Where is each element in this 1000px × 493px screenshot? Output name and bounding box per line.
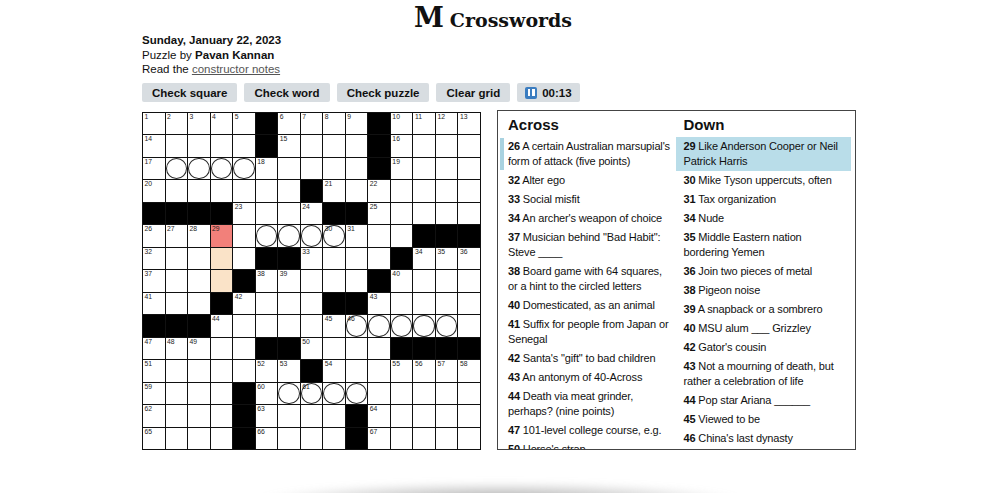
clue-35-down[interactable]: 35 Middle Eastern nation bordering Yemen (684, 230, 848, 260)
grid-cell[interactable]: 25 (368, 203, 390, 224)
grid-cell[interactable]: 6 (278, 113, 300, 134)
grid-cell[interactable]: 41 (143, 293, 165, 314)
black-cell (436, 225, 458, 246)
clue-34-down[interactable]: 34 Nude (684, 211, 848, 226)
grid-cell[interactable]: 39 (278, 270, 300, 291)
grid-cell[interactable] (233, 248, 255, 269)
grid-cell[interactable] (188, 158, 210, 179)
grid-cell[interactable] (458, 293, 480, 314)
cell-number: 6 (280, 113, 284, 122)
grid-cell[interactable] (166, 270, 188, 291)
grid-cell[interactable] (211, 383, 233, 404)
cell-number: 35 (437, 248, 445, 257)
cell-number: 46 (347, 315, 355, 324)
cell-number: 31 (347, 225, 355, 234)
black-cell (436, 338, 458, 359)
clue-38-down[interactable]: 38 Pigeon noise (684, 283, 848, 298)
grid-cell[interactable]: 13 (458, 113, 480, 134)
grid-cell[interactable]: 49 (188, 338, 210, 359)
grid-cell[interactable] (211, 135, 233, 156)
grid-cell[interactable] (413, 383, 435, 404)
black-cell (256, 248, 278, 269)
constructor-name: Pavan Kannan (195, 49, 274, 61)
grid-cell[interactable]: 44 (211, 315, 233, 336)
grid-cell[interactable] (413, 405, 435, 426)
down-header: Down (684, 117, 848, 133)
grid-cell[interactable] (346, 360, 368, 381)
grid-cell[interactable] (368, 338, 390, 359)
grid-cell[interactable] (323, 270, 345, 291)
black-cell (346, 293, 368, 314)
grid-cell[interactable] (323, 158, 345, 179)
grid-cell[interactable]: 10 (391, 113, 413, 134)
clue-41-across[interactable]: 41 Suffix for people from Japan or Seneg… (508, 317, 672, 347)
cell-number: 49 (190, 338, 198, 347)
grid-cell[interactable]: 59 (143, 383, 165, 404)
grid-cell[interactable] (436, 428, 458, 449)
grid-cell[interactable] (458, 158, 480, 179)
grid-cell[interactable] (188, 428, 210, 449)
grid-cell[interactable] (391, 405, 413, 426)
grid-cell[interactable]: 31 (346, 225, 368, 246)
grid-cell[interactable]: 54 (323, 360, 345, 381)
black-cell (391, 248, 413, 269)
grid-cell[interactable] (166, 360, 188, 381)
grid-cell[interactable] (256, 203, 278, 224)
grid-cell[interactable] (346, 180, 368, 201)
grid-cell[interactable] (368, 248, 390, 269)
grid-cell[interactable] (413, 158, 435, 179)
cell-number: 37 (145, 270, 153, 279)
grid-cell[interactable] (413, 270, 435, 291)
grid-cell[interactable]: 56 (413, 360, 435, 381)
cell-number: 56 (415, 360, 423, 369)
cell-number: 26 (145, 225, 153, 234)
grid-cell[interactable] (413, 293, 435, 314)
clue-45-down[interactable]: 45 Viewed to be (684, 412, 848, 427)
grid-cell[interactable] (278, 315, 300, 336)
grid-cell[interactable] (188, 248, 210, 269)
grid-cell[interactable] (233, 338, 255, 359)
grid-cell[interactable] (233, 225, 255, 246)
grid-cell[interactable] (346, 383, 368, 404)
grid-cell[interactable] (233, 158, 255, 179)
black-cell (346, 203, 368, 224)
grid-cell[interactable] (188, 383, 210, 404)
grid-cell[interactable]: 45 (323, 315, 345, 336)
grid-cell[interactable]: 17 (143, 158, 165, 179)
grid-cell[interactable] (188, 270, 210, 291)
grid-cell[interactable]: 19 (391, 158, 413, 179)
black-cell (188, 203, 210, 224)
cell-number: 14 (145, 135, 153, 144)
cell-number: 16 (392, 135, 400, 144)
grid-cell[interactable]: 4 (211, 113, 233, 134)
grid-cell[interactable] (413, 315, 435, 336)
clue-30-down[interactable]: 30 Mike Tyson uppercuts, often (684, 173, 848, 188)
grid-cell[interactable] (436, 315, 458, 336)
grid-cell[interactable] (301, 428, 323, 449)
clue-50-across[interactable]: 50 Horse's strap (508, 442, 672, 450)
grid-cell[interactable] (436, 135, 458, 156)
cell-number: 27 (167, 225, 175, 234)
clue-44-down[interactable]: 44 Pop star Ariana ______ (684, 393, 848, 408)
constructor-notes-line: Read the constructor notes (142, 62, 281, 77)
grid-cell[interactable] (323, 338, 345, 359)
clue-47-across[interactable]: 47 101-level college course, e.g. (508, 423, 672, 438)
clue-42-across[interactable]: 42 Santa's "gift" to bad children (508, 351, 672, 366)
grid-cell[interactable] (458, 405, 480, 426)
grid-cell[interactable] (323, 428, 345, 449)
puzzle-byline: Puzzle by Pavan Kannan (142, 48, 281, 63)
grid-cell[interactable]: 28 (188, 225, 210, 246)
check-puzzle-button[interactable]: Check puzzle (337, 83, 430, 102)
clue-33-across[interactable]: 33 Social misfit (508, 192, 672, 207)
grid-cell[interactable] (413, 135, 435, 156)
grid-cell[interactable]: 24 (301, 203, 323, 224)
grid-cell[interactable]: 50 (301, 338, 323, 359)
grid-cell[interactable]: 40 (391, 270, 413, 291)
grid-cell[interactable]: 22 (368, 180, 390, 201)
cell-number: 51 (145, 360, 153, 369)
grid-cell[interactable] (278, 428, 300, 449)
grid-cell[interactable]: 2 (166, 113, 188, 134)
cell-number: 5 (235, 113, 239, 122)
cell-number: 33 (302, 248, 310, 257)
cell-number: 40 (392, 270, 400, 279)
grid-cell[interactable]: 26 (143, 225, 165, 246)
crossword-grid: 1234567891011121314151617181920212223242… (142, 112, 481, 450)
clue-46-down[interactable]: 46 China's last dynasty (684, 431, 848, 446)
grid-cell[interactable] (211, 158, 233, 179)
grid-cell[interactable]: 63 (256, 405, 278, 426)
across-clues-column: Across 26 A certain Australian marsupial… (508, 117, 672, 449)
cell-number: 30 (325, 225, 333, 234)
grid-cell[interactable]: 62 (143, 405, 165, 426)
grid-cell[interactable] (188, 135, 210, 156)
cell-number: 21 (325, 180, 333, 189)
black-cell (233, 383, 255, 404)
grid-cell[interactable] (166, 293, 188, 314)
clue-32-across[interactable]: 32 Alter ego (508, 173, 672, 188)
page-bottom-shadow (158, 468, 842, 493)
grid-cell[interactable] (278, 203, 300, 224)
grid-cell[interactable] (346, 338, 368, 359)
grid-cell[interactable] (166, 405, 188, 426)
black-cell (346, 405, 368, 426)
toolbar: Check square Check word Check puzzle Cle… (142, 83, 580, 102)
grid-cell[interactable]: 65 (143, 428, 165, 449)
grid-cell[interactable] (391, 203, 413, 224)
cell-number: 50 (302, 338, 310, 347)
cell-number: 7 (302, 113, 306, 122)
grid-cell[interactable]: 20 (143, 180, 165, 201)
clue-26-across[interactable]: 26 A certain Australian marsupial's form… (508, 139, 672, 169)
grid-cell[interactable]: 58 (458, 360, 480, 381)
grid-cell[interactable] (368, 383, 390, 404)
grid-cell[interactable] (391, 383, 413, 404)
grid-cell[interactable] (278, 405, 300, 426)
grid-cell[interactable] (301, 158, 323, 179)
grid-cell[interactable]: 16 (391, 135, 413, 156)
grid-cell[interactable] (436, 270, 458, 291)
black-cell (346, 428, 368, 449)
black-cell (323, 293, 345, 314)
cell-number: 11 (415, 113, 422, 122)
grid-cell[interactable]: 37 (143, 270, 165, 291)
grid-cell[interactable]: 67 (368, 428, 390, 449)
grid-cell[interactable] (278, 225, 300, 246)
cell-number: 57 (437, 360, 445, 369)
cell-number: 45 (325, 315, 333, 324)
grid-cell[interactable]: 46 (346, 315, 368, 336)
grid-cell[interactable] (188, 405, 210, 426)
timer-button[interactable]: 00:13 (517, 83, 579, 102)
grid-cell[interactable] (301, 135, 323, 156)
grid-cell[interactable] (391, 293, 413, 314)
grid-cell[interactable]: 64 (368, 405, 390, 426)
grid-cell[interactable] (458, 180, 480, 201)
clue-29-down[interactable]: 29 Like Anderson Cooper or Neil Patrick … (676, 137, 852, 171)
grid-cell[interactable] (368, 360, 390, 381)
grid-cell[interactable]: 57 (436, 360, 458, 381)
clue-40-across[interactable]: 40 Domesticated, as an animal (508, 298, 672, 313)
grid-cell[interactable] (278, 180, 300, 201)
grid-cell[interactable] (323, 383, 345, 404)
grid-cell[interactable]: 29 (211, 225, 233, 246)
grid-cell[interactable]: 53 (278, 360, 300, 381)
cell-number: 12 (437, 113, 445, 122)
grid-cell[interactable] (458, 203, 480, 224)
cell-number: 24 (302, 203, 310, 212)
black-cell (166, 315, 188, 336)
cell-number: 47 (145, 338, 153, 347)
check-word-button[interactable]: Check word (244, 83, 329, 102)
grid-cell[interactable] (323, 405, 345, 426)
grid-cell[interactable]: 18 (256, 158, 278, 179)
grid-cell[interactable] (211, 360, 233, 381)
grid-cell[interactable]: 47 (143, 338, 165, 359)
grid-cell[interactable] (301, 293, 323, 314)
black-cell (413, 225, 435, 246)
grid-cell[interactable] (233, 135, 255, 156)
clue-34-across[interactable]: 34 An archer's weapon of choice (508, 211, 672, 226)
clue-37-across[interactable]: 37 Musician behind "Bad Habit": Steve __… (508, 230, 672, 260)
down-clues-column: Down 29 Like Anderson Cooper or Neil Pat… (684, 117, 848, 449)
grid-cell[interactable] (436, 383, 458, 404)
grid-cell[interactable] (166, 428, 188, 449)
grid-cell[interactable] (368, 315, 390, 336)
black-cell (143, 315, 165, 336)
grid-cell[interactable] (166, 158, 188, 179)
black-cell (211, 293, 233, 314)
grid-cell[interactable] (233, 180, 255, 201)
cell-number: 9 (347, 113, 351, 122)
cell-number: 53 (280, 360, 288, 369)
grid-cell[interactable]: 55 (391, 360, 413, 381)
grid-cell[interactable] (211, 270, 233, 291)
grid-cell[interactable] (301, 315, 323, 336)
clue-38-across[interactable]: 38 Board game with 64 squares, or a hint… (508, 264, 672, 294)
cell-number: 4 (212, 113, 216, 122)
grid-cell[interactable]: 42 (233, 293, 255, 314)
cell-number: 20 (145, 180, 153, 189)
grid-cell[interactable]: 3 (188, 113, 210, 134)
grid-cell[interactable] (256, 225, 278, 246)
grid-cell[interactable]: 32 (143, 248, 165, 269)
cell-number: 67 (370, 428, 378, 437)
clue-43-down[interactable]: 43 Not a mourning of death, but rather a… (684, 359, 848, 389)
grid-cell[interactable] (346, 248, 368, 269)
cell-number: 29 (212, 225, 220, 234)
grid-cell[interactable] (391, 428, 413, 449)
grid-cell[interactable] (458, 428, 480, 449)
grid-cell[interactable] (166, 248, 188, 269)
grid-cell[interactable] (233, 315, 255, 336)
grid-cell[interactable]: 34 (413, 248, 435, 269)
grid-cell[interactable]: 9 (346, 113, 368, 134)
grid-cell[interactable]: 15 (278, 135, 300, 156)
grid-cell[interactable] (458, 270, 480, 291)
grid-cell[interactable] (211, 405, 233, 426)
grid-cell[interactable] (391, 225, 413, 246)
grid-cell[interactable] (278, 383, 300, 404)
grid-cell[interactable]: 5 (233, 113, 255, 134)
clue-40-down[interactable]: 40 MSU alum ___ Grizzley (684, 321, 848, 336)
down-clues-list: 29 Like Anderson Cooper or Neil Patrick … (684, 137, 848, 446)
clue-43-across[interactable]: 43 An antonym of 40-Across (508, 370, 672, 385)
black-cell (143, 203, 165, 224)
grid-cell[interactable]: 38 (256, 270, 278, 291)
grid-cell[interactable] (301, 225, 323, 246)
cell-number: 17 (145, 158, 153, 167)
grid-cell[interactable] (436, 203, 458, 224)
grid-cell[interactable]: 1 (143, 113, 165, 134)
grid-cell[interactable] (323, 248, 345, 269)
grid-cell[interactable]: 14 (143, 135, 165, 156)
cell-number: 61 (302, 383, 310, 392)
check-square-button[interactable]: Check square (142, 83, 237, 102)
grid-cell[interactable]: 35 (436, 248, 458, 269)
grid-cell[interactable] (301, 405, 323, 426)
grid-cell[interactable] (413, 203, 435, 224)
cell-number: 36 (460, 248, 468, 257)
grid-cell[interactable]: 66 (256, 428, 278, 449)
grid-cell[interactable] (256, 293, 278, 314)
grid-cell[interactable] (436, 293, 458, 314)
grid-cell[interactable] (458, 315, 480, 336)
grid-cell[interactable] (188, 360, 210, 381)
puzzle-date: Sunday, January 22, 2023 (142, 33, 281, 48)
grid-cell[interactable]: 52 (256, 360, 278, 381)
grid-cell[interactable]: 36 (458, 248, 480, 269)
cell-number: 3 (190, 113, 194, 122)
grid-cell[interactable] (166, 383, 188, 404)
cell-number: 18 (257, 158, 265, 167)
grid-cell[interactable] (278, 158, 300, 179)
grid-cell[interactable]: 48 (166, 338, 188, 359)
grid-cell[interactable]: 61 (301, 383, 323, 404)
grid-cell[interactable] (256, 315, 278, 336)
grid-cell[interactable] (346, 270, 368, 291)
across-header: Across (508, 117, 672, 133)
cell-number: 58 (460, 360, 468, 369)
grid-cell[interactable] (188, 293, 210, 314)
cell-number: 34 (415, 248, 423, 257)
grid-cell[interactable] (391, 315, 413, 336)
grid-cell[interactable]: 60 (256, 383, 278, 404)
grid-cell[interactable] (323, 135, 345, 156)
pause-icon[interactable] (525, 87, 537, 99)
cell-number: 64 (370, 405, 378, 414)
grid-cell[interactable]: 33 (301, 248, 323, 269)
clear-grid-button[interactable]: Clear grid (436, 83, 510, 102)
grid-cell[interactable] (368, 225, 390, 246)
clue-44-across[interactable]: 44 Death via meat grinder, perhaps? (nin… (508, 389, 672, 419)
grid-cell[interactable]: 51 (143, 360, 165, 381)
grid-cell[interactable]: 43 (368, 293, 390, 314)
cell-number: 66 (257, 428, 265, 437)
clues-panel[interactable]: Across 26 A certain Australian marsupial… (497, 110, 856, 450)
grid-cell[interactable] (166, 180, 188, 201)
grid-cell[interactable]: 11 (413, 113, 435, 134)
constructor-notes-link[interactable]: constructor notes (192, 63, 280, 75)
grid-cell[interactable] (278, 293, 300, 314)
grid-cell[interactable] (346, 158, 368, 179)
grid-cell[interactable] (166, 135, 188, 156)
grid-cell[interactable] (233, 360, 255, 381)
clue-39-down[interactable]: 39 A snapback or a sombrero (684, 302, 848, 317)
grid-cell[interactable]: 8 (323, 113, 345, 134)
grid-cell[interactable] (211, 180, 233, 201)
grid-cell[interactable] (391, 180, 413, 201)
clue-42-down[interactable]: 42 Gator's cousin (684, 340, 848, 355)
grid-cell[interactable] (458, 135, 480, 156)
grid-cell[interactable] (346, 135, 368, 156)
grid-cell[interactable] (413, 428, 435, 449)
grid-cell[interactable] (211, 338, 233, 359)
grid-cell[interactable] (458, 383, 480, 404)
grid-cell[interactable] (436, 180, 458, 201)
grid-cell[interactable] (413, 180, 435, 201)
grid-cell[interactable]: 21 (323, 180, 345, 201)
grid-cell[interactable] (211, 248, 233, 269)
grid-cell[interactable] (256, 180, 278, 201)
grid-cell[interactable]: 30 (323, 225, 345, 246)
grid-cell[interactable] (301, 270, 323, 291)
grid-cell[interactable] (436, 158, 458, 179)
across-clues-list: 26 A certain Australian marsupial's form… (508, 139, 672, 450)
grid-cell[interactable] (436, 405, 458, 426)
grid-cell[interactable]: 12 (436, 113, 458, 134)
grid-cell[interactable]: 7 (301, 113, 323, 134)
cell-number: 65 (145, 428, 153, 437)
cell-number: 54 (325, 360, 333, 369)
cell-number: 52 (257, 360, 265, 369)
grid-cell[interactable]: 27 (166, 225, 188, 246)
cell-number: 19 (392, 158, 400, 167)
grid-cell[interactable] (188, 180, 210, 201)
black-cell (256, 338, 278, 359)
grid-cell[interactable] (211, 428, 233, 449)
cell-number: 44 (212, 315, 220, 324)
cell-number: 28 (190, 225, 198, 234)
clue-31-down[interactable]: 31 Tax organization (684, 192, 848, 207)
black-cell (391, 338, 413, 359)
black-cell (301, 180, 323, 201)
grid-cell[interactable]: 23 (233, 203, 255, 224)
clue-36-down[interactable]: 36 Join two pieces of metal (684, 264, 848, 279)
